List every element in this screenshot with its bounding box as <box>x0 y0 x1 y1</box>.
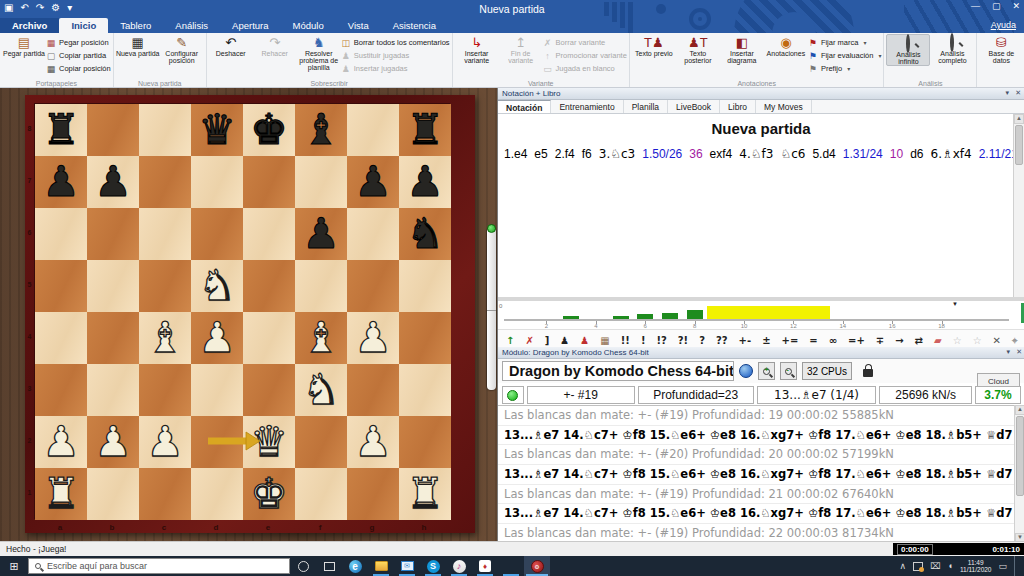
insert-moves-button[interactable]: ♟Insertar jugadas <box>341 62 450 75</box>
undo-button[interactable]: ↶Deshacer <box>209 34 253 57</box>
setup-position-button[interactable]: ✎Configurar posición <box>160 34 204 64</box>
square-e1[interactable]: ♚ <box>243 468 295 520</box>
piece-black-n-h6[interactable]: ♞ <box>406 208 444 260</box>
solve-scoresheet-button[interactable]: ♞Resolver problema de planilla <box>297 34 341 71</box>
evaluation-bar-move-13[interactable] <box>806 306 831 319</box>
pane-close-icon[interactable]: ✕ <box>1015 89 1021 97</box>
engine-depth: Profundidad=23 <box>638 386 754 404</box>
evaluation-bar-move-8[interactable] <box>687 310 703 319</box>
piece-white-p-g4[interactable]: ♟ <box>354 312 392 364</box>
move-token[interactable]: 2.f4 <box>555 147 575 161</box>
square-h2[interactable] <box>399 416 451 468</box>
square-f5[interactable] <box>295 260 347 312</box>
piece-black-k-e8[interactable]: ♚ <box>250 104 288 156</box>
cards-icon: ♦ <box>479 560 491 572</box>
move-token[interactable]: 2.11/21 <box>979 147 1018 161</box>
notation-pane-title: Notación + Libro <box>502 89 560 98</box>
square-c7[interactable] <box>139 156 191 208</box>
white-clock: 0:00:00 <box>897 544 933 555</box>
square-h5[interactable] <box>399 260 451 312</box>
mail-taskbar-button[interactable]: ✉ <box>394 556 420 576</box>
piece-black-r-h8[interactable]: ♜ <box>406 104 444 156</box>
pane-menu-icon[interactable]: ▾ <box>1006 89 1010 97</box>
square-c4[interactable]: ♝ <box>139 312 191 364</box>
ribbon-group-nueva-partida: ▦Nueva partida✎Configurar posiciónNueva … <box>114 33 207 87</box>
evaluation-slider[interactable] <box>487 228 496 390</box>
maximize-button[interactable]: ▢ <box>992 1 1001 11</box>
ribbon-tab-apertura[interactable]: Apertura <box>220 18 280 33</box>
square-b8[interactable] <box>87 104 139 156</box>
square-f2[interactable] <box>295 416 347 468</box>
ribbon-tab-archivo[interactable]: Archivo <box>0 18 59 33</box>
annotation-symbol-button[interactable]: ! <box>641 335 646 346</box>
piece-black-p-b7[interactable]: ♟ <box>94 156 132 208</box>
end-variation-button[interactable]: ↥Fin de variante <box>499 34 543 64</box>
square-h3[interactable] <box>399 364 451 416</box>
engine-line-pv[interactable]: 13...♗e7 14.♘c7+ ♔f8 15.♘e6+ ♔e8 16.♘xg7… <box>498 504 1014 524</box>
square-e6[interactable] <box>243 208 295 260</box>
annotation-symbol-button[interactable]: ] <box>545 335 550 346</box>
piece-white-p-c2[interactable]: ♟ <box>146 416 184 468</box>
insert-diagram-button[interactable]: ◧Insertar diagrama <box>720 34 764 64</box>
redo-icon[interactable]: ↷ <box>36 2 44 13</box>
full-analysis-icon <box>948 35 956 50</box>
annotation-symbol-button[interactable]: → <box>895 335 903 346</box>
annotation-symbol-button[interactable]: ?! <box>678 335 688 346</box>
piece-white-p-g2[interactable]: ♟ <box>354 416 392 468</box>
engine-name: Dragon by Komodo Chess 64-bit <box>502 361 734 381</box>
file-label-h: h <box>398 523 450 532</box>
square-b6[interactable] <box>87 208 139 260</box>
notation-tab-livebook[interactable]: LiveBook <box>668 100 720 113</box>
square-g5[interactable] <box>347 260 399 312</box>
notation-tab-my-moves[interactable]: My Moves <box>756 100 812 113</box>
annotation-symbol-button[interactable]: ± <box>762 335 770 346</box>
help-link[interactable]: Ayuda <box>991 20 1016 30</box>
square-g2[interactable]: ♟ <box>347 416 399 468</box>
square-g7[interactable]: ♟ <box>347 156 399 208</box>
square-a7[interactable]: ♟ <box>35 156 87 208</box>
square-g1[interactable] <box>347 468 399 520</box>
annotation-symbol-button[interactable]: += <box>782 335 799 346</box>
piece-white-r-a1[interactable]: ♜ <box>42 468 80 520</box>
database-icon: ⛁ <box>996 35 1007 50</box>
square-d2[interactable] <box>191 416 243 468</box>
paste-position-icon: ▦ <box>46 38 56 48</box>
square-e4[interactable] <box>243 312 295 364</box>
new-game-icon: ▦ <box>132 35 144 50</box>
square-b3[interactable] <box>87 364 139 416</box>
annotation-symbol-button[interactable]: ⇄ <box>915 335 923 346</box>
piece-white-b-c4[interactable]: ♝ <box>146 312 184 364</box>
zoom-out-button[interactable]: - <box>780 362 797 380</box>
move-token[interactable]: e5 <box>534 147 547 161</box>
end-variation-icon: ↥ <box>515 35 526 50</box>
engine-running-indicator[interactable] <box>502 386 524 404</box>
file-label-g: g <box>346 523 398 532</box>
move-token[interactable]: 5.d4 <box>812 147 835 161</box>
annotation-symbol-button[interactable]: ?? <box>716 335 728 346</box>
skype-icon: S <box>427 560 440 573</box>
square-b7[interactable]: ♟ <box>87 156 139 208</box>
piece-white-k-e1[interactable]: ♚ <box>250 468 288 520</box>
move-token[interactable]: 6.♗xf4 <box>931 147 972 161</box>
taskbar-clock[interactable]: 11:4911/11/2020 <box>960 559 992 573</box>
engine-scrollbar[interactable]: ▲▼ <box>1014 405 1024 543</box>
minimize-button[interactable]: — <box>971 1 980 11</box>
ribbon-tab-bar: ArchivoInicioTableroAnálisisAperturaMódu… <box>0 18 448 33</box>
square-d1[interactable] <box>191 468 243 520</box>
ribbon-tab-análisis[interactable]: Análisis <box>163 18 220 33</box>
square-d3[interactable] <box>191 364 243 416</box>
cpus-button[interactable]: 32 CPUs <box>802 362 852 380</box>
move-token[interactable]: f6 <box>582 147 592 161</box>
database-button[interactable]: ⛁Base de datos <box>979 34 1023 64</box>
engine-pane-title: Módulo: Dragon by Komodo Chess 64-bit <box>502 348 649 357</box>
text-before-icon: T♟ <box>644 35 664 50</box>
notation-tab-entrenamiento[interactable]: Entrenamiento <box>551 100 623 113</box>
move-token[interactable]: d6 <box>910 147 923 161</box>
quick-access-toolbar[interactable]: ▣↶↷⚙▾ <box>4 2 72 13</box>
square-a2[interactable]: ♟ <box>35 416 87 468</box>
set-mark-icon: ⚑ <box>808 38 818 48</box>
engine-line-status[interactable]: Las blancas dan mate: +- (#19) Profundid… <box>498 485 1014 505</box>
mail-icon: ✉ <box>401 561 414 571</box>
square-c2[interactable]: ♟ <box>139 416 191 468</box>
annotation-symbol-button[interactable]: ✗ <box>525 335 533 346</box>
square-e2[interactable]: ♛ <box>243 416 295 468</box>
square-f4[interactable]: ♝ <box>295 312 347 364</box>
square-b1[interactable] <box>87 468 139 520</box>
setup-position-icon: ✎ <box>176 35 187 50</box>
ribbon-group-análisis: Análisis infinitoAnálisis completoAnális… <box>884 33 977 87</box>
annotation-symbol-button[interactable]: ? <box>699 335 705 346</box>
show-desktop-button[interactable] <box>1014 556 1018 576</box>
annotations-button[interactable]: ◉Anotaciones <box>764 34 808 57</box>
save-icon[interactable]: ▣ <box>4 2 13 13</box>
annotation-symbol-button[interactable]: +- <box>739 335 752 346</box>
annotation-symbol-button[interactable]: ♟ <box>580 335 589 346</box>
ribbon-tab-vista[interactable]: Vista <box>336 18 381 33</box>
copy-position-button[interactable]: ▦Copiar posición <box>46 62 111 75</box>
chessbase-icon: ⚙ <box>531 560 544 573</box>
file-explorer-taskbar-button[interactable] <box>368 556 394 576</box>
square-c5[interactable] <box>139 260 191 312</box>
close-button[interactable]: ✕ <box>1012 1 1020 11</box>
ribbon-tab-tablero[interactable]: Tablero <box>108 18 163 33</box>
ribbon-tab-asistencia[interactable]: Asistencia <box>381 18 448 33</box>
square-b4[interactable] <box>87 312 139 364</box>
square-f6[interactable]: ♟ <box>295 208 347 260</box>
ribbon-group-anotaciones: T♟Texto previo♟TTexto posterior◧Insertar… <box>630 33 885 87</box>
infinite-analysis-icon <box>904 36 912 51</box>
skype-taskbar-button[interactable]: S <box>420 556 446 576</box>
annotation-symbol-button[interactable]: !? <box>656 335 666 346</box>
square-a5[interactable] <box>35 260 87 312</box>
paste-game-button[interactable]: ▤Pegar partida <box>2 34 46 57</box>
engine-evaluation: +- #19 <box>527 386 635 404</box>
prefix-button[interactable]: ⚑Prefijo▾ <box>808 62 882 75</box>
cortana-icon <box>298 561 309 572</box>
square-d7[interactable] <box>191 156 243 208</box>
redo-button[interactable]: ↷Rehacer <box>253 34 297 57</box>
edge-taskbar-button[interactable]: e <box>342 556 368 576</box>
infinite-analysis-button[interactable]: Análisis infinito <box>886 34 930 66</box>
chess-clocks: 0:00:00 0:01:10 <box>893 543 1024 555</box>
evaluation-bar-move-10[interactable] <box>732 306 757 319</box>
move-token[interactable]: 10 <box>890 147 903 161</box>
promote-variation-button[interactable]: ↑Promocionar variante <box>543 49 627 62</box>
annotation-symbol-button[interactable]: !! <box>621 335 630 346</box>
annotation-symbol-button[interactable]: ✕ <box>993 335 1001 346</box>
itunes-icon: ♪ <box>453 560 466 573</box>
lock-icon[interactable] <box>863 369 873 377</box>
action-center-flag-icon[interactable] <box>913 562 923 571</box>
text-after-button[interactable]: ♟TTexto posterior <box>676 34 720 64</box>
replace-moves-icon: ♟ <box>341 51 351 61</box>
square-e8[interactable]: ♚ <box>243 104 295 156</box>
annotation-symbol-button[interactable]: = <box>809 335 817 346</box>
copy-game-icon: ▢ <box>46 51 56 61</box>
ribbon-group-portapapeles: ▤Pegar partida▦Pegar posición▢Copiar par… <box>0 33 114 87</box>
set-evaluation-button[interactable]: ⚑Fijar evaluación▾ <box>808 49 882 62</box>
engine-output[interactable]: Las blancas dan mate: +- (#19) Profundid… <box>498 405 1014 543</box>
insert-variation-button[interactable]: ↳Insertar variante <box>455 34 499 64</box>
engine-line-status[interactable]: Las blancas dan mate: +- (#19) Profundid… <box>498 406 1014 426</box>
square-d8[interactable]: ♛ <box>191 104 243 156</box>
square-g8[interactable] <box>347 104 399 156</box>
move-token[interactable]: 3.♘c3 <box>599 147 635 161</box>
square-e5[interactable] <box>243 260 295 312</box>
square-b2[interactable]: ♟ <box>87 416 139 468</box>
annotation-symbol-button[interactable]: ∓ <box>876 335 884 346</box>
volume-icon[interactable]: ◖ <box>947 561 952 571</box>
chart-x-axis <box>504 319 1009 321</box>
annotation-symbol-button[interactable]: ☆ <box>973 335 982 346</box>
square-h6[interactable]: ♞ <box>399 208 451 260</box>
move-token[interactable]: 36 <box>689 147 702 161</box>
move-token[interactable]: 1.31/24 <box>843 147 883 161</box>
task-view-icon <box>324 562 335 571</box>
square-c8[interactable] <box>139 104 191 156</box>
piece-white-q-e2[interactable]: ♛ <box>250 416 288 468</box>
file-explorer-icon <box>375 561 388 571</box>
pane-menu-icon[interactable]: ▾ <box>1007 348 1011 356</box>
ribbon-tab-módulo[interactable]: Módulo <box>281 18 336 33</box>
piece-black-p-h7[interactable]: ♟ <box>406 156 444 208</box>
evaluation-bar-move-11[interactable] <box>756 306 781 319</box>
settings-icon[interactable]: ⚙ <box>51 2 60 13</box>
square-c6[interactable] <box>139 208 191 260</box>
move-list: 1.e4e52.f4f63.♘c31.50/2636exf44.♘f3♘c65.… <box>504 143 1004 218</box>
engine-pane-header[interactable]: Módulo: Dragon by Komodo Chess 64-bit ▾✕ <box>498 347 1024 359</box>
piece-black-p-a7[interactable]: ♟ <box>42 156 80 208</box>
ribbon-tab-inicio[interactable]: Inicio <box>59 18 108 33</box>
square-a1[interactable]: ♜ <box>35 468 87 520</box>
undo-icon: ↶ <box>225 35 236 50</box>
delete-comments-button[interactable]: ◫Borrar todos los comentarios <box>341 36 450 49</box>
square-e7[interactable] <box>243 156 295 208</box>
start-button[interactable]: ⊞ <box>0 560 28 573</box>
square-h7[interactable]: ♟ <box>399 156 451 208</box>
file-label-e: e <box>242 523 294 532</box>
notation-tab-notación[interactable]: Notación <box>498 100 551 113</box>
window-title: Nueva partida <box>0 3 1024 15</box>
square-a6[interactable] <box>35 208 87 260</box>
delete-variation-button[interactable]: ✗Borrar variante <box>543 36 627 49</box>
evaluation-slider-thumb[interactable] <box>487 224 496 233</box>
annotation-symbol-button[interactable]: ♟ <box>560 335 569 346</box>
promote-variation-icon: ↑ <box>543 51 553 61</box>
engine-panel: Módulo: Dragon by Komodo Chess 64-bit ▾✕… <box>498 347 1024 543</box>
evaluation-bar-move-3[interactable] <box>563 316 579 319</box>
notation-tab-libro[interactable]: Libro <box>720 100 756 113</box>
evaluation-chart[interactable]: 0 ▼ 24681012141618 ↑✗]♟♟▦!!!!??!???+-±+=… <box>498 297 1024 347</box>
piece-white-p-b2[interactable]: ♟ <box>94 416 132 468</box>
notation-scrollbar[interactable]: ▲ <box>1013 114 1024 297</box>
piece-black-q-d8[interactable]: ♛ <box>198 104 236 156</box>
insert-moves-icon: ♟ <box>341 64 351 74</box>
copy-position-icon: ▦ <box>46 64 56 74</box>
annotation-symbol-button[interactable]: =+ <box>848 335 865 346</box>
square-d4[interactable]: ♟ <box>191 312 243 364</box>
square-h1[interactable]: ♜ <box>399 468 451 520</box>
full-analysis-button[interactable]: Análisis completo <box>930 34 974 64</box>
annotation-symbol-button[interactable]: ∞ <box>829 335 837 346</box>
square-f1[interactable] <box>295 468 347 520</box>
square-g6[interactable] <box>347 208 399 260</box>
annotation-symbol-button[interactable]: ▦ <box>600 335 609 346</box>
firefox-taskbar-button[interactable] <box>498 556 524 576</box>
square-d6[interactable] <box>191 208 243 260</box>
cards-taskbar-button[interactable]: ♦ <box>472 556 498 576</box>
move-token[interactable]: 1.e4 <box>504 147 527 161</box>
delete-variation-icon: ✗ <box>543 38 553 48</box>
ribbon: ▤Pegar partida▦Pegar posición▢Copiar par… <box>0 33 1024 88</box>
square-c1[interactable] <box>139 468 191 520</box>
itunes-taskbar-button[interactable]: ♪ <box>446 556 472 576</box>
square-a4[interactable] <box>35 312 87 364</box>
square-f3[interactable]: ♞ <box>295 364 347 416</box>
dropdown-icon[interactable]: ▾ <box>67 2 72 13</box>
annotation-symbol-button[interactable]: ↑ <box>506 335 514 346</box>
rank-label-1: 1 <box>25 489 34 496</box>
square-f7[interactable] <box>295 156 347 208</box>
evaluation-bar-move-5[interactable] <box>613 316 629 319</box>
cortana-taskbar-button[interactable] <box>290 556 316 576</box>
network-icon[interactable]: ⌧ <box>930 561 940 571</box>
square-g3[interactable] <box>347 364 399 416</box>
square-f8[interactable]: ♝ <box>295 104 347 156</box>
square-a3[interactable] <box>35 364 87 416</box>
paste-position-button[interactable]: ▦Pegar posición <box>46 36 111 49</box>
square-h8[interactable]: ♜ <box>399 104 451 156</box>
evaluation-bar-move-9[interactable] <box>707 306 732 319</box>
black-clock: 0:01:10 <box>992 545 1020 554</box>
file-label-d: d <box>190 523 242 532</box>
chessbase-taskbar-button[interactable]: ⚙ <box>524 556 550 576</box>
undo-icon[interactable]: ↶ <box>20 2 28 13</box>
copy-game-button[interactable]: ▢Copiar partida <box>46 49 111 62</box>
text-before-button[interactable]: T♟Texto previo <box>632 34 676 57</box>
delete-comments-icon: ◫ <box>341 38 351 48</box>
square-b5[interactable] <box>87 260 139 312</box>
annotation-symbol-button[interactable]: ⌖ <box>1012 335 1018 347</box>
title-bar: ▣↶↷⚙▾ Nueva partida — ▢ ✕ Ayuda ArchivoI… <box>0 0 1024 33</box>
insert-variation-icon: ↳ <box>471 35 482 50</box>
ribbon-group-base-de-datos: ⛁Base de datos✎Editar datos↦Cargar sigui… <box>977 33 1024 87</box>
annotation-symbol-button[interactable]: ▰ <box>934 335 942 346</box>
move-token[interactable]: 1.50/26 <box>642 147 682 161</box>
piece-white-n-f3[interactable]: ♞ <box>302 364 340 416</box>
new-game-button[interactable]: ▦Nueva partida <box>116 34 160 57</box>
engine-line-status[interactable]: Las blancas dan mate: +- (#20) Profundid… <box>498 445 1014 465</box>
notation-tab-planilla[interactable]: Planilla <box>624 100 668 113</box>
evaluation-bar-move-7[interactable] <box>662 313 678 319</box>
piece-white-p-a2[interactable]: ♟ <box>42 416 80 468</box>
square-c3[interactable] <box>139 364 191 416</box>
piece-white-b-f4[interactable]: ♝ <box>302 312 340 364</box>
pane-close-icon[interactable]: ✕ <box>1016 348 1022 356</box>
notification-icon[interactable]: ▭ <box>998 561 1007 571</box>
status-bar: Hecho - ¡Juega! <box>0 541 1024 556</box>
task-view-taskbar-button[interactable] <box>316 556 342 576</box>
evaluation-bar-move-6[interactable] <box>637 314 653 319</box>
rank-label-4: 4 <box>25 333 34 340</box>
zoom-in-button[interactable]: + <box>758 362 775 380</box>
replace-moves-button[interactable]: ♟Sustituir jugadas <box>341 49 450 62</box>
set-mark-button[interactable]: ⚑Fijar marca▾ <box>808 36 882 49</box>
square-h4[interactable] <box>399 312 451 364</box>
square-a8[interactable]: ♜ <box>35 104 87 156</box>
text-after-icon: ♟T <box>688 35 708 50</box>
square-g4[interactable]: ♟ <box>347 312 399 364</box>
piece-white-p-d4[interactable]: ♟ <box>198 312 236 364</box>
engine-line-pv[interactable]: 13...♗e7 14.♘c7+ ♔f8 15.♘e6+ ♔e8 16.♘xg7… <box>498 465 1014 485</box>
set-evaluation-icon: ⚑ <box>808 51 818 61</box>
piece-black-p-g7[interactable]: ♟ <box>354 156 392 208</box>
chart-position-marker: ▼ <box>952 301 958 307</box>
annotation-symbol-button[interactable]: ☆ <box>953 335 962 346</box>
move-token[interactable]: exf4 <box>710 147 733 161</box>
evaluation-bar-move-12[interactable] <box>781 306 806 319</box>
file-label-f: f <box>294 523 346 532</box>
ribbon-group-variante: ↳Insertar variante↥Fin de variante✗Borra… <box>453 33 630 87</box>
piece-black-r-a8[interactable]: ♜ <box>42 104 80 156</box>
engine-line-pv[interactable]: 13...♗e7 14.♘c7+ ♔f8 15.♘e6+ ♔e8 16.♘xg7… <box>498 426 1014 446</box>
annotations-icon: ◉ <box>780 35 791 50</box>
prefix-icon: ⚑ <box>808 64 818 74</box>
square-e3[interactable] <box>243 364 295 416</box>
null-move-icon: ▭ <box>543 64 553 74</box>
chess-board[interactable]: ♜♛♚♝♜♟♟♟♟♟♞♞♝♟♝♟♞♟♟♟♛♟♜♚♜ 87654321 abcde… <box>25 95 475 533</box>
tray-expand-icon[interactable]: ∧ <box>900 561 907 571</box>
piece-black-b-f8[interactable]: ♝ <box>302 104 340 156</box>
rank-label-6: 6 <box>25 229 34 236</box>
notation-pane-header[interactable]: Notación + Libro ▾✕ <box>498 88 1024 100</box>
move-token[interactable]: 4.♘f3 <box>739 147 773 161</box>
null-move-button[interactable]: ▭Jugada en blanco <box>543 62 627 75</box>
paste-game-icon: ▤ <box>18 35 30 50</box>
piece-black-p-f6[interactable]: ♟ <box>302 208 340 260</box>
square-d5[interactable]: ♞ <box>191 260 243 312</box>
move-token[interactable]: ♘c6 <box>780 147 805 161</box>
taskbar-search[interactable]: Escribe aquí para buscar <box>28 558 290 574</box>
piece-white-r-h1[interactable]: ♜ <box>406 468 444 520</box>
search-placeholder: Escribe aquí para buscar <box>47 561 147 571</box>
board-panel: ♜♛♚♝♜♟♟♟♟♟♞♞♝♟♝♟♞♟♟♟♛♟♜♚♜ 87654321 abcde… <box>0 88 497 541</box>
piece-white-n-d5[interactable]: ♞ <box>198 260 236 312</box>
